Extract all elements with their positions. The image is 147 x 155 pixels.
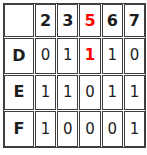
row-label-E: E	[4, 75, 34, 111]
cell-value: 0	[130, 48, 140, 63]
cell-value-highlighted: 1	[85, 48, 95, 63]
cell-value: 1	[41, 85, 51, 100]
cell-F-7: 1	[124, 111, 145, 147]
cell-F-6: 0	[102, 111, 123, 147]
cell-F-2: 1	[35, 111, 56, 147]
cell-E-2: 1	[35, 75, 56, 111]
col-header-3: 3	[57, 4, 78, 37]
cell-value: 1	[130, 122, 140, 137]
col-header-5: 5	[79, 4, 100, 37]
cell-value: 1	[107, 48, 117, 63]
row-label: D	[12, 48, 25, 64]
cell-value: 0	[85, 122, 95, 137]
page-background: 2 3 5 6 7 D 0 1 1 1 0	[0, 0, 147, 155]
cell-value: 1	[130, 85, 140, 100]
cell-E-5: 0	[79, 75, 100, 111]
cell-D-5: 1	[79, 38, 100, 74]
cell-D-3: 1	[57, 38, 78, 74]
col-header-6: 6	[102, 4, 123, 37]
corner-cell	[4, 4, 34, 37]
cell-E-3: 1	[57, 75, 78, 111]
cell-D-6: 1	[102, 38, 123, 74]
cell-D-2: 0	[35, 38, 56, 74]
col-header-7: 7	[124, 4, 145, 37]
cell-value: 1	[63, 85, 73, 100]
row-label: F	[14, 121, 25, 137]
cell-F-3: 0	[57, 111, 78, 147]
col-header-2: 2	[35, 4, 56, 37]
row-label-F: F	[4, 111, 34, 147]
col-header-label: 7	[129, 13, 140, 29]
binary-table-grid: 2 3 5 6 7 D 0 1 1 1 0	[3, 3, 146, 148]
cell-value: 0	[63, 122, 73, 137]
cell-value: 1	[107, 85, 117, 100]
col-header-label-highlighted: 5	[84, 13, 95, 29]
cell-value: 1	[41, 122, 51, 137]
row-label: E	[14, 84, 25, 100]
cell-value: 0	[107, 122, 117, 137]
cell-value: 0	[85, 85, 95, 100]
col-header-label: 2	[40, 13, 51, 29]
col-header-label: 6	[107, 13, 118, 29]
cell-D-7: 0	[124, 38, 145, 74]
row-label-D: D	[4, 38, 34, 74]
cell-value: 0	[41, 48, 51, 63]
cell-value: 1	[63, 48, 73, 63]
cell-E-6: 1	[102, 75, 123, 111]
cell-E-7: 1	[124, 75, 145, 111]
col-header-label: 3	[62, 13, 73, 29]
cell-F-5: 0	[79, 111, 100, 147]
